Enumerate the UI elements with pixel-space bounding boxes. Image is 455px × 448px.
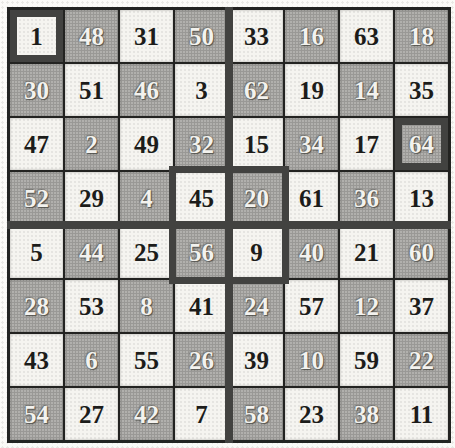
tour-number: 35: [409, 78, 434, 103]
cell-r2c8: 35: [395, 64, 448, 116]
cell-r8c2: 27: [65, 388, 118, 440]
cell-r6c3: 8: [120, 280, 173, 332]
tour-number: 54: [24, 402, 49, 427]
tour-number: 32: [189, 132, 214, 157]
center-block-outline: [169, 166, 289, 284]
tour-number: 62: [244, 78, 269, 103]
cell-r3c7: 17: [340, 118, 393, 170]
tour-number: 10: [299, 348, 324, 373]
cell-r3c6: 34: [285, 118, 338, 170]
tour-number: 18: [409, 24, 434, 49]
cell-r1c2: 48: [65, 10, 118, 62]
cell-r8c4: 7: [175, 388, 228, 440]
tour-number: 63: [354, 24, 379, 49]
cell-r3c2: 2: [65, 118, 118, 170]
cell-r8c1: 54: [10, 388, 63, 440]
cell-r6c1: 28: [10, 280, 63, 332]
tour-number: 16: [299, 24, 324, 49]
tour-number: 12: [354, 294, 379, 319]
tour-number: 22: [409, 348, 434, 373]
cell-r5c8: 60: [395, 226, 448, 278]
cell-r2c4: 3: [175, 64, 228, 116]
cell-r7c1: 43: [10, 334, 63, 386]
tour-number: 51: [79, 78, 104, 103]
tour-number: 47: [24, 132, 49, 157]
tour-number: 33: [244, 24, 269, 49]
tour-number: 17: [354, 132, 379, 157]
cell-r7c8: 22: [395, 334, 448, 386]
tour-number: 30: [24, 78, 49, 103]
tour-number: 43: [24, 348, 49, 373]
tour-number: 13: [409, 186, 434, 211]
cell-r7c7: 59: [340, 334, 393, 386]
start-cell-r1c1: 1: [10, 10, 63, 62]
cell-r3c3: 49: [120, 118, 173, 170]
cell-r1c5: 33: [230, 10, 283, 62]
cell-r6c2: 53: [65, 280, 118, 332]
tour-number: 34: [299, 132, 324, 157]
tour-number: 11: [410, 402, 434, 427]
tour-number: 58: [244, 402, 269, 427]
cell-r2c1: 30: [10, 64, 63, 116]
cell-r3c5: 15: [230, 118, 283, 170]
cell-r2c5: 62: [230, 64, 283, 116]
cell-r4c7: 36: [340, 172, 393, 224]
tour-number: 36: [354, 186, 379, 211]
tour-number: 48: [79, 24, 104, 49]
cell-r2c6: 19: [285, 64, 338, 116]
cell-r1c8: 18: [395, 10, 448, 62]
cell-r5c7: 21: [340, 226, 393, 278]
cell-r4c8: 13: [395, 172, 448, 224]
end-cell-r3c8: 64: [395, 118, 448, 170]
tour-number: 64: [409, 132, 434, 157]
cell-r7c3: 55: [120, 334, 173, 386]
tour-number: 37: [409, 294, 434, 319]
tour-number: 55: [134, 348, 159, 373]
knights-tour-board: 1483150331663183051463621914354724932153…: [7, 7, 451, 443]
tour-number: 24: [244, 294, 269, 319]
cell-r7c5: 39: [230, 334, 283, 386]
cell-r6c4: 41: [175, 280, 228, 332]
cell-r2c3: 46: [120, 64, 173, 116]
cell-r4c6: 61: [285, 172, 338, 224]
tour-number: 15: [244, 132, 269, 157]
tour-number: 8: [140, 294, 153, 319]
tour-number: 60: [409, 240, 434, 265]
cell-r6c8: 37: [395, 280, 448, 332]
cell-r7c6: 10: [285, 334, 338, 386]
tour-number: 27: [79, 402, 104, 427]
tour-number: 14: [354, 78, 379, 103]
cell-r1c6: 16: [285, 10, 338, 62]
tour-number: 26: [189, 348, 214, 373]
cell-r8c7: 38: [340, 388, 393, 440]
cell-r5c3: 25: [120, 226, 173, 278]
tour-number: 6: [85, 348, 98, 373]
cell-r2c7: 14: [340, 64, 393, 116]
tour-number: 52: [24, 186, 49, 211]
tour-number: 46: [134, 78, 159, 103]
tour-number: 23: [299, 402, 324, 427]
tour-number: 39: [244, 348, 269, 373]
cell-r2c2: 51: [65, 64, 118, 116]
cell-r8c8: 11: [395, 388, 448, 440]
cell-r5c1: 5: [10, 226, 63, 278]
tour-number: 61: [299, 186, 324, 211]
tour-number: 41: [189, 294, 214, 319]
cell-r4c2: 29: [65, 172, 118, 224]
tour-number: 28: [24, 294, 49, 319]
tour-number: 44: [79, 240, 104, 265]
cell-r1c4: 50: [175, 10, 228, 62]
tour-number: 4: [140, 186, 153, 211]
tour-number: 57: [299, 294, 324, 319]
tour-number: 29: [79, 186, 104, 211]
cell-r5c6: 40: [285, 226, 338, 278]
tour-number: 5: [30, 240, 43, 265]
cell-r8c5: 58: [230, 388, 283, 440]
cell-r7c2: 6: [65, 334, 118, 386]
cell-r1c3: 31: [120, 10, 173, 62]
tour-number: 50: [189, 24, 214, 49]
cell-r5c2: 44: [65, 226, 118, 278]
tour-number: 19: [299, 78, 324, 103]
cell-r1c7: 63: [340, 10, 393, 62]
tour-number: 42: [134, 402, 159, 427]
tour-number: 25: [134, 240, 159, 265]
tour-number: 7: [195, 402, 208, 427]
tour-number: 53: [79, 294, 104, 319]
cell-r8c3: 42: [120, 388, 173, 440]
tour-number: 49: [134, 132, 159, 157]
tour-number: 21: [354, 240, 379, 265]
tour-number: 1: [30, 24, 43, 49]
tour-number: 31: [134, 24, 159, 49]
cell-r7c4: 26: [175, 334, 228, 386]
tour-number: 59: [354, 348, 379, 373]
cell-r8c6: 23: [285, 388, 338, 440]
cell-r6c6: 57: [285, 280, 338, 332]
cell-r6c5: 24: [230, 280, 283, 332]
tour-number: 40: [299, 240, 324, 265]
cell-r3c1: 47: [10, 118, 63, 170]
tour-number: 3: [195, 78, 208, 103]
cell-r4c3: 4: [120, 172, 173, 224]
cell-r4c1: 52: [10, 172, 63, 224]
cell-r6c7: 12: [340, 280, 393, 332]
tour-number: 38: [354, 402, 379, 427]
tour-number: 2: [85, 132, 98, 157]
cell-r3c4: 32: [175, 118, 228, 170]
